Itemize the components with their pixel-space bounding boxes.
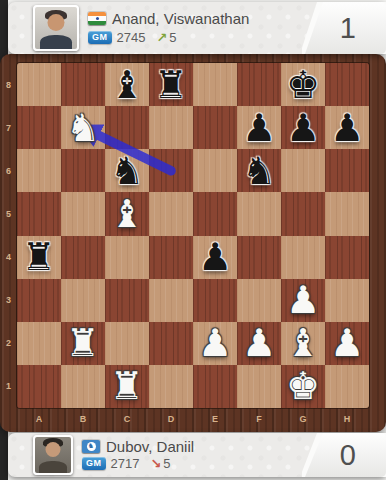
trend-down-icon: ↘ xyxy=(150,456,161,471)
rating-bottom: 2717 xyxy=(111,456,140,471)
rating-top: 2745 xyxy=(117,30,146,45)
india-flag-icon xyxy=(88,12,106,25)
rank-labels: 87654321 xyxy=(0,63,17,408)
piece-white-pawn-g3[interactable]: ♟ xyxy=(281,279,325,322)
piece-white-rook-b2[interactable]: ♜ xyxy=(61,322,105,365)
piece-white-bishop-g2[interactable]: ♝ xyxy=(281,322,325,365)
trend-up-icon: ↗ xyxy=(156,30,167,45)
piece-black-king-g8[interactable]: ♚ xyxy=(281,63,325,106)
rank-label-3: 3 xyxy=(0,279,17,322)
file-label-c: C xyxy=(105,408,149,432)
rank-label-7: 7 xyxy=(0,106,17,149)
piece-white-knight-b7[interactable]: ♞ xyxy=(61,106,105,149)
file-label-d: D xyxy=(149,408,193,432)
piece-black-pawn-f7[interactable]: ♟ xyxy=(237,106,281,149)
file-label-g: G xyxy=(281,408,325,432)
score-panel-top: 1 xyxy=(302,2,386,54)
piece-black-pawn-h7[interactable]: ♟ xyxy=(325,106,369,149)
avatar-torso xyxy=(39,461,67,475)
piece-white-rook-c1[interactable]: ♜ xyxy=(105,365,149,408)
avatar-head xyxy=(46,442,61,457)
piece-white-pawn-f2[interactable]: ♟ xyxy=(237,322,281,365)
rating-trend-top: ↗ 5 xyxy=(156,30,176,45)
piece-white-pawn-h2[interactable]: ♟ xyxy=(325,322,369,365)
piece-black-pawn-g7[interactable]: ♟ xyxy=(281,106,325,149)
avatar-head xyxy=(48,14,65,31)
file-labels: ABCDEFGH xyxy=(17,408,369,432)
score-panel-bottom: 0 xyxy=(302,433,386,477)
avatar-torso xyxy=(40,35,72,51)
score-top: 1 xyxy=(340,2,356,54)
board-pieces: ♝♜♚♞♟♟♟♞♞♝♜♟♟♜♟♟♝♟♜♚ xyxy=(17,63,369,408)
rank-label-5: 5 xyxy=(0,192,17,235)
file-label-e: E xyxy=(193,408,237,432)
file-label-h: H xyxy=(325,408,369,432)
title-badge-bottom: GM xyxy=(82,457,106,470)
rank-label-4: 4 xyxy=(0,236,17,279)
player-name-top: Anand, Viswanathan xyxy=(112,10,249,27)
piece-black-knight-c6[interactable]: ♞ xyxy=(105,149,149,192)
piece-black-rook-d8[interactable]: ♜ xyxy=(149,63,193,106)
title-badge-top: GM xyxy=(88,31,112,44)
piece-white-king-g1[interactable]: ♚ xyxy=(281,365,325,408)
rank-label-6: 6 xyxy=(0,149,17,192)
score-bottom: 0 xyxy=(340,433,356,477)
file-label-f: F xyxy=(237,408,281,432)
piece-white-pawn-e2[interactable]: ♟ xyxy=(193,322,237,365)
rank-label-1: 1 xyxy=(0,365,17,408)
player-card-bottom: 0 ♞ Dubov, Daniil GM 2717 ↘ 5 xyxy=(8,433,386,477)
piece-black-knight-f6[interactable]: ♞ xyxy=(237,149,281,192)
player-photo-bottom xyxy=(33,435,73,475)
piece-black-rook-a4[interactable]: ♜ xyxy=(17,236,61,279)
piece-white-bishop-c5[interactable]: ♝ xyxy=(105,192,149,235)
player-name-bottom: Dubov, Daniil xyxy=(106,438,194,455)
rating-trend-bottom: ↘ 5 xyxy=(150,456,170,471)
player-photo-top xyxy=(33,5,79,51)
player-card-top: 1 Anand, Viswanathan GM 2745 ↗ 5 xyxy=(8,2,386,54)
file-label-a: A xyxy=(17,408,61,432)
rank-label-8: 8 xyxy=(0,63,17,106)
chess-board: ♝♜♚♞♟♟♟♞♞♝♜♟♟♜♟♟♝♟♜♚ 87654321 ABCDEFGH xyxy=(0,54,386,432)
piece-black-bishop-c8[interactable]: ♝ xyxy=(105,63,149,106)
fide-flag-icon: ♞ xyxy=(82,440,100,453)
piece-black-pawn-e4[interactable]: ♟ xyxy=(193,236,237,279)
file-label-b: B xyxy=(61,408,105,432)
rank-label-2: 2 xyxy=(0,322,17,365)
